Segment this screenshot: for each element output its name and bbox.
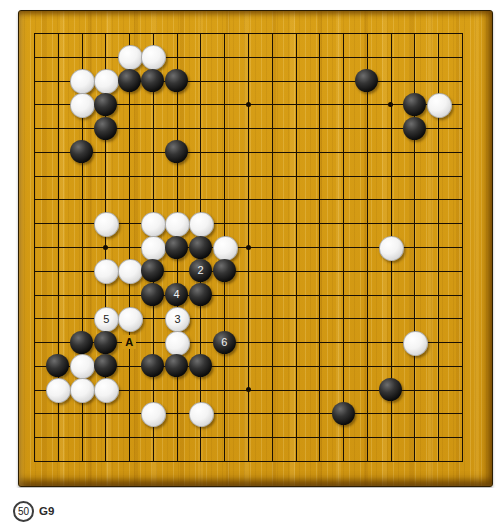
stone-black bbox=[70, 331, 93, 354]
grid-line bbox=[272, 33, 273, 462]
stone-white bbox=[165, 212, 190, 237]
stone-black bbox=[355, 69, 378, 92]
stone-black bbox=[141, 259, 164, 282]
stone-black bbox=[403, 117, 426, 140]
star-point bbox=[246, 245, 251, 250]
stone-black: 4 bbox=[165, 283, 188, 306]
move-coordinate: G9 bbox=[39, 506, 54, 518]
star-point bbox=[246, 102, 251, 107]
stone-white bbox=[118, 307, 143, 332]
stone-black: 6 bbox=[213, 331, 236, 354]
stone-white bbox=[379, 236, 404, 261]
stone-black bbox=[213, 259, 236, 282]
stone-white bbox=[94, 378, 119, 403]
stone-black bbox=[165, 354, 188, 377]
page: 24536A 50 G9 bbox=[0, 0, 496, 528]
move-number-marker: 50 bbox=[13, 501, 34, 522]
stone-white: 5 bbox=[94, 307, 119, 332]
stone-black bbox=[189, 236, 212, 259]
stone-black bbox=[94, 331, 117, 354]
star-point bbox=[246, 387, 251, 392]
move-number-label: 5 bbox=[103, 314, 109, 325]
stone-white bbox=[141, 236, 166, 261]
stone-white bbox=[141, 402, 166, 427]
move-number-label: 6 bbox=[221, 337, 227, 348]
stone-black bbox=[94, 93, 117, 116]
stone-white bbox=[141, 212, 166, 237]
stone-white bbox=[189, 212, 214, 237]
stone-black bbox=[141, 354, 164, 377]
stone-black bbox=[94, 117, 117, 140]
move-number-label: 4 bbox=[174, 289, 180, 300]
stone-white bbox=[118, 45, 143, 70]
stone-white bbox=[70, 93, 95, 118]
stone-white: 3 bbox=[165, 307, 190, 332]
stone-white bbox=[94, 212, 119, 237]
stone-black bbox=[141, 283, 164, 306]
stone-black bbox=[118, 69, 141, 92]
stone-white bbox=[94, 69, 119, 94]
go-board-grid[interactable]: 24536A bbox=[34, 33, 463, 462]
stone-black bbox=[46, 354, 69, 377]
stone-black bbox=[379, 378, 402, 401]
move-number-label: 3 bbox=[175, 314, 181, 325]
stone-white bbox=[46, 378, 71, 403]
board-letter-annotation: A bbox=[122, 335, 136, 349]
stone-black bbox=[165, 140, 188, 163]
stone-black: 2 bbox=[189, 259, 212, 282]
stone-white bbox=[427, 93, 452, 118]
stone-white bbox=[70, 69, 95, 94]
stone-black bbox=[165, 236, 188, 259]
grid-line bbox=[34, 461, 463, 462]
move-number-label: 2 bbox=[197, 265, 203, 276]
stone-black bbox=[141, 69, 164, 92]
stone-black bbox=[94, 354, 117, 377]
stone-black bbox=[403, 93, 426, 116]
stone-black bbox=[70, 140, 93, 163]
stone-white bbox=[118, 259, 143, 284]
stone-white bbox=[403, 331, 428, 356]
grid-line bbox=[34, 295, 463, 296]
move-number: 50 bbox=[18, 507, 29, 517]
grid-line bbox=[34, 437, 463, 438]
stone-white bbox=[70, 378, 95, 403]
stone-black bbox=[165, 69, 188, 92]
grid-line bbox=[462, 33, 463, 462]
grid-line bbox=[34, 413, 463, 414]
stone-white bbox=[141, 45, 166, 70]
go-board-frame: 24536A bbox=[18, 10, 493, 487]
stone-black bbox=[189, 283, 212, 306]
grid-line bbox=[296, 33, 297, 462]
stone-white bbox=[165, 331, 190, 356]
stone-black bbox=[332, 402, 355, 425]
grid-line bbox=[343, 33, 344, 462]
stone-white bbox=[94, 259, 119, 284]
diagram-footer: 50 G9 bbox=[0, 488, 496, 528]
stone-white bbox=[70, 354, 95, 379]
stone-white bbox=[189, 402, 214, 427]
grid-line bbox=[319, 33, 320, 462]
stone-black bbox=[189, 354, 212, 377]
stone-white bbox=[213, 236, 238, 261]
grid-line bbox=[367, 33, 368, 462]
star-point bbox=[103, 245, 108, 250]
star-point bbox=[388, 102, 393, 107]
